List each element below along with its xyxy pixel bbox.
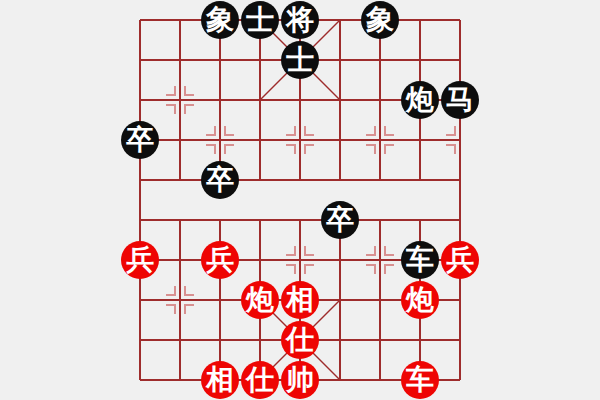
piece-red-elephant[interactable]: 相 — [201, 361, 239, 399]
piece-black-soldier[interactable]: 卒 — [121, 121, 159, 159]
piece-black-horse[interactable]: 马 — [441, 81, 479, 119]
piece-red-cannon[interactable]: 炮 — [401, 281, 439, 319]
piece-red-advisor[interactable]: 仕 — [281, 321, 319, 359]
piece-black-advisor[interactable]: 士 — [241, 1, 279, 39]
piece-black-soldier[interactable]: 卒 — [321, 201, 359, 239]
piece-red-chariot[interactable]: 车 — [401, 361, 439, 399]
piece-black-general[interactable]: 将 — [281, 1, 319, 39]
piece-red-advisor[interactable]: 仕 — [241, 361, 279, 399]
piece-red-soldier[interactable]: 兵 — [441, 241, 479, 279]
piece-black-advisor[interactable]: 士 — [281, 41, 319, 79]
piece-red-elephant[interactable]: 相 — [281, 281, 319, 319]
xiangqi-board: 象士将象士炮马卒卒卒车兵兵兵炮相炮仕相仕帅车 — [0, 0, 600, 400]
piece-red-general[interactable]: 帅 — [281, 361, 319, 399]
piece-black-chariot[interactable]: 车 — [401, 241, 439, 279]
piece-red-cannon[interactable]: 炮 — [241, 281, 279, 319]
piece-layer: 象士将象士炮马卒卒卒车兵兵兵炮相炮仕相仕帅车 — [0, 0, 600, 400]
piece-black-elephant[interactable]: 象 — [201, 1, 239, 39]
piece-red-soldier[interactable]: 兵 — [201, 241, 239, 279]
piece-black-elephant[interactable]: 象 — [361, 1, 399, 39]
piece-black-soldier[interactable]: 卒 — [201, 161, 239, 199]
piece-red-soldier[interactable]: 兵 — [121, 241, 159, 279]
piece-black-cannon[interactable]: 炮 — [401, 81, 439, 119]
